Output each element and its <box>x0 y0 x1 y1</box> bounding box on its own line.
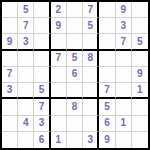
cell-r8c7-given: 6 <box>99 116 115 132</box>
cell-r8c1-empty[interactable] <box>2 116 18 132</box>
cell-r8c8-given: 1 <box>116 116 132 132</box>
cell-r7c8-empty[interactable] <box>116 99 132 115</box>
cell-r9c7-given: 9 <box>99 132 115 148</box>
cell-r9c5-empty[interactable] <box>67 132 83 148</box>
cell-r4c6-given: 8 <box>83 51 99 67</box>
cell-r8c5-empty[interactable] <box>67 116 83 132</box>
cell-r1c4-given: 2 <box>51 2 67 18</box>
cell-r6c4-empty[interactable] <box>51 83 67 99</box>
cell-r2c5-empty[interactable] <box>67 18 83 34</box>
cell-r4c5-given: 5 <box>67 51 83 67</box>
cell-r5c5-given: 6 <box>67 67 83 83</box>
cell-r1c5-empty[interactable] <box>67 2 83 18</box>
cell-r6c6-empty[interactable] <box>83 83 99 99</box>
cell-r3c9-given: 5 <box>132 34 148 50</box>
cell-r3c1-given: 9 <box>2 34 18 50</box>
cell-r4c9-empty[interactable] <box>132 51 148 67</box>
cell-r1c3-empty[interactable] <box>34 2 50 18</box>
cell-r5c2-empty[interactable] <box>18 67 34 83</box>
cell-r4c1-empty[interactable] <box>2 51 18 67</box>
cell-r9c3-given: 6 <box>34 132 50 148</box>
cell-r9c1-empty[interactable] <box>2 132 18 148</box>
cell-r7c7-given: 5 <box>99 99 115 115</box>
cell-r2c2-given: 7 <box>18 18 34 34</box>
cell-r4c7-empty[interactable] <box>99 51 115 67</box>
cell-r6c9-given: 1 <box>132 83 148 99</box>
cell-r3c2-given: 3 <box>18 34 34 50</box>
cell-r5c1-given: 7 <box>2 67 18 83</box>
cell-r8c9-empty[interactable] <box>132 116 148 132</box>
cell-r1c1-empty[interactable] <box>2 2 18 18</box>
cell-r2c3-empty[interactable] <box>34 18 50 34</box>
cell-r3c6-empty[interactable] <box>83 34 99 50</box>
cell-r5c9-given: 9 <box>132 67 148 83</box>
sudoku-board: 527979539375758769357178543616139 <box>0 0 150 150</box>
cell-r7c3-given: 7 <box>34 99 50 115</box>
cell-r4c2-empty[interactable] <box>18 51 34 67</box>
cell-r2c9-empty[interactable] <box>132 18 148 34</box>
cell-r2c1-empty[interactable] <box>2 18 18 34</box>
cell-r9c9-empty[interactable] <box>132 132 148 148</box>
cell-r6c1-given: 3 <box>2 83 18 99</box>
cell-r5c6-empty[interactable] <box>83 67 99 83</box>
cell-r2c8-given: 3 <box>116 18 132 34</box>
cell-r4c8-empty[interactable] <box>116 51 132 67</box>
cell-r6c8-empty[interactable] <box>116 83 132 99</box>
cell-r3c8-given: 7 <box>116 34 132 50</box>
cell-r8c3-given: 3 <box>34 116 50 132</box>
cell-r6c3-given: 5 <box>34 83 50 99</box>
cell-r2c7-empty[interactable] <box>99 18 115 34</box>
cell-r3c7-empty[interactable] <box>99 34 115 50</box>
cell-r6c2-empty[interactable] <box>18 83 34 99</box>
cell-r9c2-empty[interactable] <box>18 132 34 148</box>
cell-r4c4-given: 7 <box>51 51 67 67</box>
cell-r8c6-empty[interactable] <box>83 116 99 132</box>
cell-r2c4-given: 9 <box>51 18 67 34</box>
cell-r7c4-empty[interactable] <box>51 99 67 115</box>
cell-r1c9-empty[interactable] <box>132 2 148 18</box>
cell-r4c3-empty[interactable] <box>34 51 50 67</box>
cell-r1c8-given: 9 <box>116 2 132 18</box>
cell-r5c8-empty[interactable] <box>116 67 132 83</box>
cell-r1c7-empty[interactable] <box>99 2 115 18</box>
cell-r3c5-empty[interactable] <box>67 34 83 50</box>
cell-r9c8-empty[interactable] <box>116 132 132 148</box>
cell-r5c3-empty[interactable] <box>34 67 50 83</box>
cell-r3c4-empty[interactable] <box>51 34 67 50</box>
cell-r5c7-empty[interactable] <box>99 67 115 83</box>
cell-r7c2-empty[interactable] <box>18 99 34 115</box>
cell-r7c9-empty[interactable] <box>132 99 148 115</box>
cell-r1c6-given: 7 <box>83 2 99 18</box>
cell-r6c7-given: 7 <box>99 83 115 99</box>
cell-r7c6-empty[interactable] <box>83 99 99 115</box>
cell-r5c4-empty[interactable] <box>51 67 67 83</box>
cell-r7c5-given: 8 <box>67 99 83 115</box>
cell-r9c4-given: 1 <box>51 132 67 148</box>
cell-r1c2-given: 5 <box>18 2 34 18</box>
cell-r7c1-empty[interactable] <box>2 99 18 115</box>
cell-r8c4-empty[interactable] <box>51 116 67 132</box>
cell-r8c2-given: 4 <box>18 116 34 132</box>
cell-r9c6-given: 3 <box>83 132 99 148</box>
cell-r3c3-empty[interactable] <box>34 34 50 50</box>
cell-r6c5-empty[interactable] <box>67 83 83 99</box>
cell-r2c6-given: 5 <box>83 18 99 34</box>
